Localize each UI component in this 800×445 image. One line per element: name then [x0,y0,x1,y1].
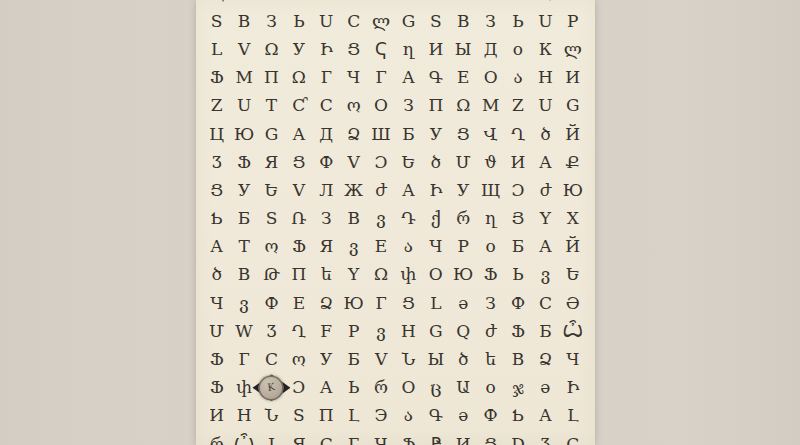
grid-cell[interactable]: S [258,205,285,233]
grid-cell[interactable]: L [422,289,449,317]
grid-cell[interactable]: U [230,92,257,120]
grid-cell[interactable]: Ղ [285,317,312,345]
grid-cell[interactable]: Б [395,120,422,148]
grid-cell[interactable]: X [559,205,586,233]
grid-cell[interactable]: З [477,289,504,317]
grid-cell[interactable]: Y [340,261,367,289]
grid-cell[interactable]: Ц [203,0,230,7]
grid-cell[interactable]: О [477,64,504,92]
grid-cell[interactable]: S [285,402,312,430]
grid-cell[interactable]: B [450,7,477,35]
grid-cell[interactable]: O [367,92,394,120]
grid-cell[interactable]: о [477,233,504,261]
grid-cell[interactable]: Ф [477,402,504,430]
grid-cell[interactable]: Ց [504,0,531,7]
grid-cell[interactable]: А [532,233,559,261]
grid-cell[interactable]: ժ [367,176,394,204]
grid-cell[interactable]: ვ [340,233,367,261]
grid-cell[interactable]: U [532,92,559,120]
grid-cell[interactable]: U [532,7,559,35]
grid-cell[interactable]: V [340,148,367,176]
grid-cell[interactable]: U [313,7,340,35]
grid-cell[interactable]: Ի [422,176,449,204]
grid-cell[interactable]: П [313,402,340,430]
grid-cell[interactable]: Щ [477,176,504,204]
grid-cell[interactable]: М [477,92,504,120]
grid-cell[interactable]: C [340,7,367,35]
grid-cell[interactable]: И [559,64,586,92]
grid-cell[interactable]: ო [258,233,285,261]
grid-cell[interactable]: ϑ [477,148,504,176]
token-circle: K [259,375,284,400]
grid-cell[interactable]: რ [367,374,394,402]
grid-cell[interactable]: J [258,430,285,445]
grid-cell[interactable]: Д [313,120,340,148]
grid-cell[interactable]: Г [367,64,394,92]
grid-cell[interactable]: А [395,176,422,204]
grid-cell[interactable]: ծ [203,261,230,289]
grid-cell[interactable]: ծ [450,345,477,373]
grid-cell[interactable]: Վ [559,0,586,7]
grid-cell[interactable]: Н [532,64,559,92]
grid-cell[interactable]: Z [203,92,230,120]
grid-cell[interactable]: Ч [367,430,394,445]
grid-cell[interactable]: ժ [532,176,559,204]
grid-cell[interactable]: ә [532,374,559,402]
grid-cell[interactable]: փ [395,261,422,289]
grid-cell[interactable]: Ω [367,261,394,289]
grid-cell[interactable]: Ռ [285,205,312,233]
grid-cell[interactable]: Ց [477,430,504,445]
grid-cell[interactable]: К [532,35,559,63]
grid-cell[interactable]: Ф [313,148,340,176]
grid-cell[interactable]: ծ [532,120,559,148]
grid-cell[interactable]: У [285,35,312,63]
grid-cell[interactable]: П [258,64,285,92]
grid-cell[interactable]: Ы [422,345,449,373]
grid-cell[interactable]: Վ [477,120,504,148]
grid-cell[interactable]: Մ [203,317,230,345]
grid-cell[interactable]: Ր [395,0,422,7]
grid-cell[interactable]: Л [313,176,340,204]
grid-cell[interactable]: ә [450,289,477,317]
grid-cell[interactable]: Е [367,233,394,261]
grid-cell[interactable]: B [230,7,257,35]
grid-cell[interactable]: Յ [504,205,531,233]
grid-cell[interactable]: Р [340,317,367,345]
grid-cell[interactable]: Ե [395,148,422,176]
grid-cell[interactable]: S [203,7,230,35]
grid-cell[interactable]: о [477,374,504,402]
grid-cell[interactable]: ვ [230,289,257,317]
grid-cell[interactable]: З [477,7,504,35]
grid-cell[interactable]: В [230,261,257,289]
grid-cell[interactable]: Ӡ [258,317,285,345]
grid-cell[interactable]: Ձ [340,120,367,148]
grid-cell[interactable]: ә [450,402,477,430]
grid-cell[interactable]: ჯ [504,374,531,402]
grid-cell[interactable]: S [422,7,449,35]
grid-cell[interactable]: З [258,7,285,35]
grid-cell[interactable]: У [450,176,477,204]
grid-cell[interactable]: Ց [285,0,312,7]
grid-cell[interactable]: Ɔ [367,148,394,176]
grid-cell[interactable]: Ц [203,120,230,148]
grid-cell[interactable]: Ҁ [367,35,394,63]
grid-cell[interactable]: ქ [422,205,449,233]
grid-cell[interactable]: Ь [285,7,312,35]
grid-cell[interactable]: Ց [285,148,312,176]
grid-cell[interactable]: П [422,92,449,120]
grid-cell[interactable]: Ե [559,261,586,289]
grid-cell[interactable]: У [313,345,340,373]
grid-cell[interactable]: Г [340,430,367,445]
grid-cell[interactable]: ა [504,64,531,92]
grid-cell[interactable]: V [367,345,394,373]
grid-cell[interactable]: И [450,430,477,445]
grid-cell[interactable]: ვ [532,261,559,289]
grid-cell[interactable]: Ա [450,374,477,402]
grid-cell[interactable]: А [532,402,559,430]
grid-cell[interactable]: Ի [450,0,477,7]
grid-cell[interactable]: Ի [367,0,394,7]
grid-cell[interactable]: А [313,374,340,402]
grid-cell[interactable]: ო [285,345,312,373]
grid-cell[interactable]: И [422,35,449,63]
puzzle-panel: ЦԻՑՑՑՖԻՐՈԻՑՑოՎSBЗЬUCლGSBЗЬUPLVΩУԻՑҀղИЫДо… [196,0,595,445]
grid-cell[interactable]: Լ [340,402,367,430]
grid-cell[interactable]: ლ [559,35,586,63]
grid-cell[interactable]: T [258,92,285,120]
grid-cell[interactable]: Ю [559,176,586,204]
grid-cell[interactable]: Մ [450,148,477,176]
grid-cell[interactable]: У [422,120,449,148]
grid-cell[interactable]: Б [504,233,531,261]
grid-cell[interactable]: Ֆ [203,345,230,373]
grid-cell[interactable]: G [258,120,285,148]
grid-cell[interactable]: Ф [504,289,531,317]
grid-cell[interactable]: რ [450,205,477,233]
grid-cell[interactable]: V [230,35,257,63]
grid-cell[interactable]: Ч [422,233,449,261]
grid-cell[interactable]: Ց [313,0,340,7]
grid-cell[interactable]: C [313,92,340,120]
grid-cell[interactable]: С [313,430,340,445]
grid-cell[interactable]: Ք [559,148,586,176]
grid-cell[interactable]: Ի [230,0,257,7]
grid-cell[interactable]: Ω [450,92,477,120]
grid-cell[interactable]: L [203,35,230,63]
grid-cell[interactable]: Ֆ [285,233,312,261]
grid-cell[interactable]: Ն [258,402,285,430]
grid-cell[interactable]: Ƅ [203,205,230,233]
grid-cell[interactable]: О [395,374,422,402]
grid-cell[interactable]: Г [230,345,257,373]
grid-cell[interactable]: G [422,317,449,345]
grid-cell[interactable]: Ց [258,0,285,7]
grid-cell[interactable]: Ч [203,289,230,317]
grid-cell[interactable]: Ֆ [504,317,531,345]
grid-cell[interactable]: Ձ [313,289,340,317]
grid-cell[interactable]: И [203,402,230,430]
grid-cell[interactable]: Ƈ [285,92,312,120]
grid-cell[interactable]: Q [450,317,477,345]
grid-cell[interactable]: რ [203,430,230,445]
grid-cell[interactable]: Ձ [532,345,559,373]
grid-cell[interactable]: Ю [340,289,367,317]
grid-cell[interactable]: С [532,289,559,317]
grid-cell[interactable]: Ֆ [203,64,230,92]
grid-cell[interactable]: Б [532,317,559,345]
grid-cell[interactable]: F [313,317,340,345]
screenshot-stage: ЦԻՑՑՑՖԻՐՈԻՑՑოՎSBЗЬUCლGSBЗЬUPLVΩУԻՑҀղИЫДо… [0,0,800,445]
grid-cell[interactable]: ლ [367,7,394,35]
grid-cell[interactable]: М [230,64,257,92]
grid-cell[interactable]: Ղ [504,120,531,148]
grid-cell[interactable]: Ի [313,35,340,63]
grid-cell[interactable]: Ь [504,261,531,289]
grid-cell[interactable]: О [422,261,449,289]
token-letter: K [267,382,276,393]
grid-cell[interactable]: Ч [559,345,586,373]
grid-cell[interactable]: D [504,430,531,445]
grid-cell[interactable]: A [285,120,312,148]
grid-cell[interactable]: Ӡ [532,430,559,445]
grid-cell[interactable]: Ь [340,374,367,402]
grid-cell[interactable]: ժ [477,317,504,345]
grid-cell[interactable]: Ց [450,120,477,148]
grid-cell[interactable]: G [559,92,586,120]
grid-cell[interactable]: Ѽ [230,430,257,445]
grid-cell[interactable]: Ց [203,176,230,204]
grid-cell[interactable]: Գ [422,64,449,92]
grid-cell[interactable]: A [203,233,230,261]
k-token[interactable]: K [258,374,285,402]
grid-cell[interactable]: Ф [258,289,285,317]
grid-cell[interactable]: Ի [559,374,586,402]
letter-grid: ЦԻՑՑՑՖԻՐՈԻՑՑოՎSBЗЬUCლGSBЗЬUPLVΩУԻՑҀղИЫДо… [203,0,586,445]
grid-cell[interactable]: Ω [258,35,285,63]
grid-cell[interactable]: Ω [285,64,312,92]
grid-cell[interactable]: Ֆ [395,430,422,445]
grid-cell[interactable]: Ց [340,35,367,63]
grid-cell[interactable]: И [504,148,531,176]
grid-cell[interactable]: G [395,7,422,35]
grid-cell[interactable]: Դ [395,205,422,233]
grid-cell[interactable]: ც [422,374,449,402]
grid-cell[interactable]: Ы [450,35,477,63]
grid-cell[interactable]: ა [395,402,422,430]
grid-cell[interactable]: Ն [395,345,422,373]
grid-cell[interactable]: Ե [258,176,285,204]
grid-cell[interactable]: Ь [504,7,531,35]
grid-cell[interactable]: В [340,205,367,233]
grid-cell[interactable]: ო [340,92,367,120]
grid-cell[interactable]: Ֆ [477,261,504,289]
grid-cell[interactable]: Я [285,430,312,445]
grid-cell[interactable]: З [395,92,422,120]
grid-cell[interactable]: С [559,430,586,445]
grid-cell[interactable]: Ո [422,0,449,7]
grid-cell[interactable]: Д [477,35,504,63]
grid-cell[interactable]: Ә [559,289,586,317]
grid-cell[interactable]: А [532,148,559,176]
grid-cell[interactable]: о [504,35,531,63]
grid-cell[interactable]: ვ [367,205,394,233]
grid-cell[interactable]: ծ [422,148,449,176]
grid-cell[interactable]: Z [504,92,531,120]
grid-cell[interactable]: Б [340,345,367,373]
grid-cell[interactable]: V [285,176,312,204]
grid-cell[interactable]: ղ [395,35,422,63]
grid-cell[interactable]: Ց [477,0,504,7]
grid-cell[interactable]: W [230,317,257,345]
grid-cell[interactable]: Ю [450,261,477,289]
grid-cell[interactable]: Н [230,402,257,430]
grid-cell[interactable]: P [559,7,586,35]
grid-cell[interactable]: Ց [395,289,422,317]
grid-cell[interactable]: ե [313,261,340,289]
grid-cell[interactable]: Ж [340,176,367,204]
grid-cell[interactable]: T [230,233,257,261]
grid-cell[interactable]: Լ [559,402,586,430]
grid-cell[interactable]: П [285,261,312,289]
grid-cell[interactable]: Ҏ [422,430,449,445]
grid-cell[interactable]: Ч [340,64,367,92]
grid-cell[interactable]: Е [285,289,312,317]
grid-cell[interactable]: З [313,205,340,233]
grid-cell[interactable]: Ֆ [340,0,367,7]
grid-cell[interactable]: ო [532,0,559,7]
grid-cell[interactable]: Ѽ [559,317,586,345]
grid-cell[interactable]: Й [559,120,586,148]
grid-cell[interactable]: Б [230,205,257,233]
grid-cell[interactable]: Y [532,205,559,233]
grid-cell[interactable]: Е [450,64,477,92]
grid-cell[interactable]: Թ [258,261,285,289]
grid-cell[interactable]: Ш [367,120,394,148]
grid-cell[interactable]: С [258,345,285,373]
grid-cell[interactable]: Ֆ [230,148,257,176]
grid-cell[interactable]: Ƅ [504,402,531,430]
grid-cell[interactable]: Ӡ [203,148,230,176]
grid-cell[interactable]: ղ [477,205,504,233]
grid-cell[interactable]: Ю [230,120,257,148]
grid-cell[interactable]: Г [313,64,340,92]
grid-cell[interactable]: Э [367,402,394,430]
grid-cell[interactable]: Я [258,148,285,176]
grid-cell[interactable]: Ɔ [504,176,531,204]
grid-cell[interactable]: Й [559,233,586,261]
grid-cell[interactable]: Р [450,233,477,261]
grid-cell[interactable]: Գ [422,402,449,430]
grid-cell[interactable]: ե [477,345,504,373]
grid-cell[interactable]: Я [313,233,340,261]
grid-cell[interactable]: ვ [367,317,394,345]
grid-cell[interactable]: У [230,176,257,204]
grid-cell[interactable]: Г [367,289,394,317]
grid-cell[interactable]: H [395,317,422,345]
grid-cell[interactable]: Ֆ [203,374,230,402]
grid-cell[interactable]: В [504,345,531,373]
grid-cell[interactable]: ა [395,233,422,261]
grid-cell[interactable]: А [395,64,422,92]
